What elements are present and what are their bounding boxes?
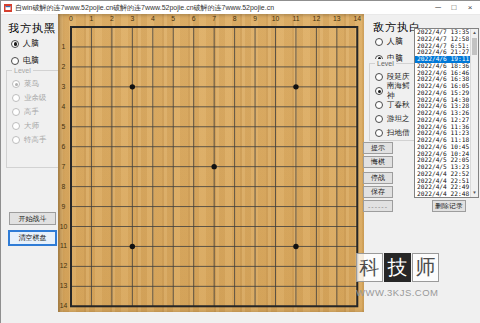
left-panel-title: 我方执黑 xyxy=(8,21,56,36)
gomoku-board[interactable]: 012345678910111213141234567891011121314 xyxy=(58,14,364,312)
left-level-label: Level xyxy=(12,66,33,75)
titlebar: 自win破解的连7www.52pojie.cn破解的连7www.52pojie.… xyxy=(1,1,480,15)
blank-button[interactable]: ------ xyxy=(363,200,393,212)
hint-button[interactable]: 提示 xyxy=(363,142,393,154)
right-radio-0[interactable]: 人脑 xyxy=(375,33,403,50)
left-radio-0[interactable]: 人脑 xyxy=(11,35,39,52)
radio-label: 特高手 xyxy=(24,135,47,145)
radio-label: 扫地僧 xyxy=(387,128,410,138)
radio-icon[interactable] xyxy=(11,40,19,48)
left-level-option-4[interactable]: 特高手 xyxy=(12,133,61,147)
radio-label: 高手 xyxy=(24,107,39,117)
watermark-char-3: 师 xyxy=(412,253,439,282)
radio-icon[interactable] xyxy=(375,129,383,137)
radio-icon[interactable] xyxy=(375,101,383,109)
undo-move-button[interactable]: 悔棋 xyxy=(363,156,393,168)
left-level-option-1[interactable]: 业余级 xyxy=(12,91,61,105)
list-scrollbar[interactable]: ▲ ▼ xyxy=(470,29,478,197)
radio-icon[interactable] xyxy=(12,108,20,116)
right-level-option-2[interactable]: 丁春秋 xyxy=(375,98,415,112)
right-level-groupbox: Level 段延庆南海鳄神丁春秋游坦之扫地僧 xyxy=(369,63,418,141)
right-level-option-3[interactable]: 游坦之 xyxy=(375,112,415,126)
left-level-groupbox: Level 菜鸟业余级高手大师特高手 xyxy=(6,70,64,168)
star-point xyxy=(130,244,135,249)
radio-icon[interactable] xyxy=(375,38,383,46)
radio-icon[interactable] xyxy=(375,115,383,123)
star-point xyxy=(293,84,298,89)
scroll-down-icon[interactable]: ▼ xyxy=(471,189,478,197)
radio-icon[interactable] xyxy=(11,57,19,65)
right-level-option-1[interactable]: 南海鳄神 xyxy=(375,84,415,98)
radio-icon[interactable] xyxy=(12,136,20,144)
star-point xyxy=(211,164,216,169)
radio-icon[interactable] xyxy=(375,87,383,95)
save-button[interactable]: 保存 xyxy=(363,186,393,198)
watermark-char-1: 科 xyxy=(356,253,383,282)
watermark-char-2: 技 xyxy=(384,253,411,282)
app-icon xyxy=(4,4,12,12)
right-level-option-4[interactable]: 扫地僧 xyxy=(375,126,415,140)
scroll-up-icon[interactable]: ▲ xyxy=(471,29,478,37)
start-battle-button[interactable]: 开始战斗 xyxy=(9,212,56,225)
scrollbar-thumb[interactable] xyxy=(472,38,477,55)
star-point xyxy=(293,244,298,249)
left-level-option-0[interactable]: 菜鸟 xyxy=(12,77,61,91)
minimize-button[interactable]: ─ xyxy=(430,1,446,14)
star-point xyxy=(130,84,135,89)
right-level-label: Level xyxy=(375,59,396,68)
maximize-button[interactable]: □ xyxy=(446,1,462,14)
delete-record-button[interactable]: 删除记录 xyxy=(432,200,466,212)
watermark: 科 技 师 WWW.3KJS.COM xyxy=(356,253,446,298)
radio-label: 菜鸟 xyxy=(24,79,39,89)
radio-label: 业余级 xyxy=(24,93,47,103)
radio-label: 电脑 xyxy=(23,55,39,66)
history-item[interactable]: 2022/4/4 22:48:13 xyxy=(415,191,471,197)
radio-icon[interactable] xyxy=(12,122,20,130)
board-grid xyxy=(58,14,364,312)
left-level-option-3[interactable]: 大师 xyxy=(12,119,61,133)
radio-label: 南海鳄神 xyxy=(387,81,415,101)
radio-label: 丁春秋 xyxy=(387,100,410,110)
close-button[interactable]: × xyxy=(462,1,478,14)
clear-board-button[interactable]: 清空棋盘 xyxy=(8,230,57,246)
app-window: 自win破解的连7www.52pojie.cn破解的连7www.52pojie.… xyxy=(0,0,480,323)
watermark-site-url: WWW.3KJS.COM xyxy=(356,287,446,298)
game-history-list[interactable]: 2022/4/7 13:35:062022/4/7 12:58:142022/4… xyxy=(414,28,479,198)
stop-button[interactable]: 停战 xyxy=(363,172,393,184)
radio-label: 人脑 xyxy=(23,38,39,49)
radio-label: 游坦之 xyxy=(387,114,410,124)
radio-icon[interactable] xyxy=(12,80,20,88)
window-title: 自win破解的连7www.52pojie.cn破解的连7www.52pojie.… xyxy=(15,3,430,13)
radio-icon[interactable] xyxy=(12,94,20,102)
left-level-option-2[interactable]: 高手 xyxy=(12,105,61,119)
radio-icon[interactable] xyxy=(375,73,383,81)
radio-label: 人脑 xyxy=(387,36,403,47)
radio-label: 大师 xyxy=(24,121,39,131)
left-player-type-radios: 人脑电脑 xyxy=(11,35,39,69)
